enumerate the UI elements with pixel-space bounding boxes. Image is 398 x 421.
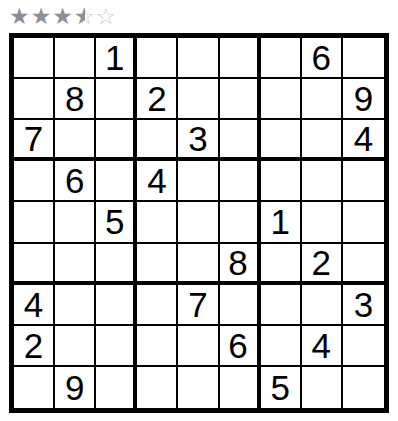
cell-r5c2[interactable] <box>55 202 96 243</box>
cell-r3c9[interactable]: 4 <box>343 120 384 161</box>
cell-r9c3[interactable] <box>96 367 137 408</box>
cell-r7c2[interactable] <box>55 285 96 326</box>
cell-r3c5[interactable]: 3 <box>178 120 219 161</box>
cell-r8c8[interactable]: 4 <box>302 326 343 367</box>
cell-r4c5[interactable] <box>178 161 219 202</box>
cell-r3c1[interactable]: 7 <box>14 120 55 161</box>
cell-r2c2[interactable]: 8 <box>55 79 96 120</box>
cell-r8c2[interactable] <box>55 326 96 367</box>
given-digit: 3 <box>354 287 373 322</box>
cell-r8c7[interactable] <box>261 326 302 367</box>
cell-r5c9[interactable] <box>343 202 384 243</box>
cell-r9c1[interactable] <box>14 367 55 408</box>
cell-r1c7[interactable] <box>261 38 302 79</box>
cell-r7c5[interactable]: 7 <box>178 285 219 326</box>
cell-r9c8[interactable] <box>302 367 343 408</box>
cell-r6c5[interactable] <box>178 244 219 285</box>
cell-r1c1[interactable] <box>14 38 55 79</box>
cell-r2c7[interactable] <box>261 79 302 120</box>
cell-r2c9[interactable]: 9 <box>343 79 384 120</box>
cell-r8c4[interactable] <box>137 326 178 367</box>
given-digit: 4 <box>24 287 43 322</box>
cell-r8c5[interactable] <box>178 326 219 367</box>
star-full-icon: ★ <box>31 5 53 28</box>
cell-r5c3[interactable]: 5 <box>96 202 137 243</box>
cell-r3c8[interactable] <box>302 120 343 161</box>
given-digit: 8 <box>65 81 84 116</box>
cell-r2c3[interactable] <box>96 79 137 120</box>
cell-r7c1[interactable]: 4 <box>14 285 55 326</box>
cell-r7c7[interactable] <box>261 285 302 326</box>
cell-r5c8[interactable] <box>302 202 343 243</box>
cell-r7c8[interactable] <box>302 285 343 326</box>
cell-r9c4[interactable] <box>137 367 178 408</box>
cell-r4c1[interactable] <box>14 161 55 202</box>
given-digit: 2 <box>24 328 43 363</box>
cell-r3c2[interactable] <box>55 120 96 161</box>
cell-r2c5[interactable] <box>178 79 219 120</box>
star-half-fill: ★ <box>74 5 85 28</box>
cell-r9c9[interactable] <box>343 367 384 408</box>
cell-r6c7[interactable] <box>261 244 302 285</box>
star-full-icon: ★ <box>9 5 31 28</box>
cell-r8c9[interactable] <box>343 326 384 367</box>
cell-r8c1[interactable]: 2 <box>14 326 55 367</box>
given-digit: 7 <box>188 287 207 322</box>
cell-r1c6[interactable] <box>220 38 261 79</box>
cell-r7c4[interactable] <box>137 285 178 326</box>
cell-r4c9[interactable] <box>343 161 384 202</box>
star-empty-icon: ☆ <box>96 5 118 28</box>
cell-r6c1[interactable] <box>14 244 55 285</box>
given-digit: 9 <box>354 81 373 116</box>
given-digit: 1 <box>105 40 124 75</box>
cell-r4c7[interactable] <box>261 161 302 202</box>
cell-r9c2[interactable]: 9 <box>55 367 96 408</box>
cell-r5c5[interactable] <box>178 202 219 243</box>
cell-r3c6[interactable] <box>220 120 261 161</box>
cell-r1c8[interactable]: 6 <box>302 38 343 79</box>
cell-r9c7[interactable]: 5 <box>261 367 302 408</box>
cell-r2c6[interactable] <box>220 79 261 120</box>
cell-r8c6[interactable]: 6 <box>220 326 261 367</box>
cell-r1c2[interactable] <box>55 38 96 79</box>
cell-r6c8[interactable]: 2 <box>302 244 343 285</box>
given-digit: 6 <box>228 328 247 363</box>
given-digit: 9 <box>65 370 84 405</box>
cell-r2c1[interactable] <box>14 79 55 120</box>
given-digit: 8 <box>228 245 247 280</box>
cell-r4c8[interactable] <box>302 161 343 202</box>
given-digit: 2 <box>147 81 166 116</box>
cell-r4c4[interactable]: 4 <box>137 161 178 202</box>
cell-r6c3[interactable] <box>96 244 137 285</box>
cell-r7c6[interactable] <box>220 285 261 326</box>
given-digit: 5 <box>105 204 124 239</box>
cell-r7c9[interactable]: 3 <box>343 285 384 326</box>
cell-r5c4[interactable] <box>137 202 178 243</box>
star-half-icon: ☆★ <box>74 5 96 28</box>
cell-r5c6[interactable] <box>220 202 261 243</box>
cell-r4c6[interactable] <box>220 161 261 202</box>
cell-r1c5[interactable] <box>178 38 219 79</box>
cell-r8c3[interactable] <box>96 326 137 367</box>
star-full-icon: ★ <box>52 5 74 28</box>
given-digit: 6 <box>312 40 331 75</box>
cell-r4c3[interactable] <box>96 161 137 202</box>
cell-r9c6[interactable] <box>220 367 261 408</box>
cell-r3c4[interactable] <box>137 120 178 161</box>
given-digit: 3 <box>188 121 207 156</box>
cell-r5c1[interactable] <box>14 202 55 243</box>
cell-r1c4[interactable] <box>137 38 178 79</box>
cell-r4c2[interactable]: 6 <box>55 161 96 202</box>
difficulty-rating: ★★★☆★☆ <box>9 5 398 28</box>
given-digit: 4 <box>312 328 331 363</box>
cell-r1c9[interactable] <box>343 38 384 79</box>
cell-r3c3[interactable] <box>96 120 137 161</box>
cell-r9c5[interactable] <box>178 367 219 408</box>
cell-r5c7[interactable]: 1 <box>261 202 302 243</box>
sudoku-board: 1682973464518247326495 <box>9 33 389 413</box>
cell-r2c4[interactable]: 2 <box>137 79 178 120</box>
cell-r6c9[interactable] <box>343 244 384 285</box>
cell-r3c7[interactable] <box>261 120 302 161</box>
cell-r1c3[interactable]: 1 <box>96 38 137 79</box>
cell-r6c2[interactable] <box>55 244 96 285</box>
cell-r6c6[interactable]: 8 <box>220 244 261 285</box>
cell-r2c8[interactable] <box>302 79 343 120</box>
cell-r7c3[interactable] <box>96 285 137 326</box>
given-digit: 5 <box>270 370 289 405</box>
given-digit: 7 <box>24 121 43 156</box>
given-digit: 2 <box>312 245 331 280</box>
sudoku-page: ★★★☆★☆ 1682973464518247326495 <box>0 0 398 413</box>
given-digit: 1 <box>270 204 289 239</box>
given-digit: 6 <box>65 163 84 198</box>
given-digit: 4 <box>147 163 166 198</box>
cell-r6c4[interactable] <box>137 244 178 285</box>
given-digit: 4 <box>354 121 373 156</box>
